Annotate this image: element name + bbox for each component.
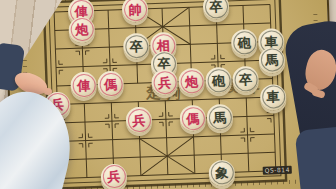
piece-face: 卒: [234, 67, 258, 91]
piece-face: 砲: [207, 68, 231, 92]
board-serial-label: QS-814: [263, 166, 292, 175]
piece-face: 砲: [232, 30, 256, 54]
piece-char: 炮: [75, 23, 88, 36]
piece-face: 馬: [260, 48, 284, 72]
piece-char: 傌: [104, 77, 117, 90]
black-chariot-b[interactable]: 車: [260, 83, 287, 110]
piece-face: 俥: [72, 73, 96, 97]
piece-char: 傌: [186, 111, 199, 124]
black-elephant[interactable]: 象: [208, 159, 235, 186]
black-horse-a[interactable]: 馬: [258, 46, 285, 73]
piece-char: 馬: [213, 111, 226, 124]
piece-char: 相: [157, 38, 170, 51]
piece-char: 卒: [130, 39, 143, 52]
piece-char: 俥: [77, 78, 90, 91]
piece-char: 象: [215, 166, 228, 179]
piece-char: 馬: [265, 53, 278, 66]
piece-char: 砲: [212, 74, 225, 87]
photo-scene: 楚河 漢界 QS-814 俥帥卒炮卒相砲車卒馬俥傌兵炮砲卒兵車兵傌馬兵象: [0, 0, 336, 189]
piece-face: 炮: [70, 18, 94, 42]
piece-face: 炮: [180, 69, 204, 93]
piece-face: 兵: [127, 108, 151, 132]
piece-face: 卒: [124, 34, 148, 58]
piece-face: 車: [261, 85, 285, 109]
piece-char: 卒: [209, 0, 222, 13]
piece-face: 兵: [153, 70, 177, 94]
piece-char: 卒: [239, 73, 252, 86]
piece-char: 車: [265, 35, 278, 48]
piece-face: 象: [210, 161, 234, 185]
piece-char: 車: [266, 90, 279, 103]
piece-face: 傌: [99, 72, 123, 96]
player-right-leg: [295, 125, 336, 189]
piece-face: 馬: [208, 105, 232, 129]
piece-face: 兵: [102, 165, 126, 189]
piece-char: 俥: [74, 4, 87, 17]
piece-char: 兵: [132, 113, 145, 126]
piece-face: 傌: [181, 106, 205, 130]
piece-char: 帥: [128, 2, 141, 15]
piece-char: 砲: [238, 36, 251, 49]
piece-char: 兵: [107, 170, 120, 183]
bystander-left-toes: [44, 88, 52, 95]
piece-face: 卒: [204, 0, 228, 18]
piece-char: 炮: [185, 75, 198, 88]
piece-char: 兵: [158, 75, 171, 88]
red-cannon-a[interactable]: 炮: [68, 16, 95, 43]
piece-face: 帥: [123, 0, 147, 21]
